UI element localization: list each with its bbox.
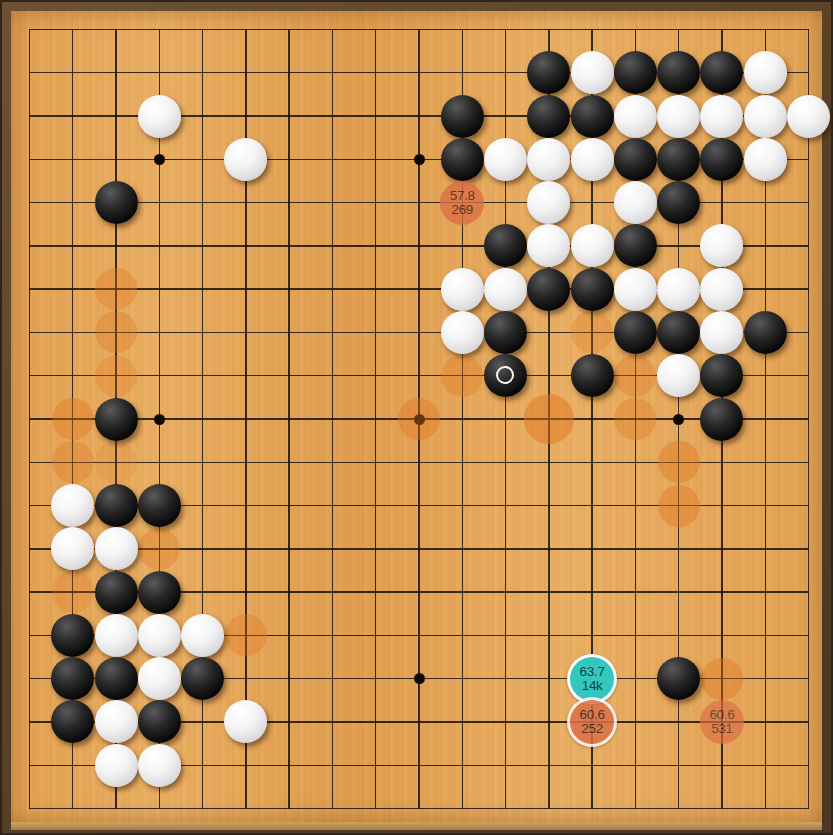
stone-white-Q13 bbox=[657, 268, 700, 311]
grid-line bbox=[808, 29, 809, 809]
stone-white-T17 bbox=[787, 95, 830, 138]
stone-white-C2 bbox=[95, 744, 138, 787]
stone-black-Q12 bbox=[657, 311, 700, 354]
move-hint-F5[interactable] bbox=[225, 614, 267, 656]
stone-black-Q16 bbox=[657, 138, 700, 181]
stone-white-M16 bbox=[484, 138, 527, 181]
stone-white-M13 bbox=[484, 268, 527, 311]
stone-black-O11 bbox=[571, 354, 614, 397]
stone-white-O14 bbox=[571, 224, 614, 267]
move-hint-B6[interactable] bbox=[52, 571, 94, 613]
move-hint-K10[interactable] bbox=[398, 398, 440, 440]
stone-white-D4 bbox=[138, 657, 181, 700]
stone-white-F16 bbox=[224, 138, 267, 181]
star-point bbox=[673, 414, 684, 425]
move-hint-P10[interactable] bbox=[614, 398, 656, 440]
stone-white-R17 bbox=[700, 95, 743, 138]
winrate-label: 60.6 bbox=[709, 708, 734, 722]
stone-white-S18 bbox=[744, 51, 787, 94]
stone-white-L13 bbox=[441, 268, 484, 311]
stone-black-B3 bbox=[51, 700, 94, 743]
stone-white-D5 bbox=[138, 614, 181, 657]
move-hint-C12[interactable] bbox=[95, 311, 137, 353]
stone-white-R12 bbox=[700, 311, 743, 354]
stone-white-O18 bbox=[571, 51, 614, 94]
stone-white-L12 bbox=[441, 311, 484, 354]
stone-black-N18 bbox=[527, 51, 570, 94]
go-board: 57.826963.714k60.625260.6531 bbox=[0, 0, 833, 835]
stone-black-L17 bbox=[441, 95, 484, 138]
stone-black-B4 bbox=[51, 657, 94, 700]
candidate-move-L15[interactable]: 57.8269 bbox=[440, 181, 484, 225]
stone-white-D17 bbox=[138, 95, 181, 138]
stone-black-R18 bbox=[700, 51, 743, 94]
stone-black-O17 bbox=[571, 95, 614, 138]
stone-black-Q15 bbox=[657, 181, 700, 224]
visits-label: 531 bbox=[711, 722, 733, 736]
stone-black-E4 bbox=[181, 657, 224, 700]
stone-black-M14 bbox=[484, 224, 527, 267]
stone-white-Q11 bbox=[657, 354, 700, 397]
stone-white-P13 bbox=[614, 268, 657, 311]
stone-white-B7 bbox=[51, 527, 94, 570]
winrate-label: 57.8 bbox=[450, 189, 475, 203]
stone-black-M12 bbox=[484, 311, 527, 354]
board-layer: 57.826963.714k60.625260.6531 bbox=[0, 0, 833, 835]
stone-white-P15 bbox=[614, 181, 657, 224]
stone-black-C6 bbox=[95, 571, 138, 614]
move-hint-B9[interactable] bbox=[52, 441, 94, 483]
stone-black-D3 bbox=[138, 700, 181, 743]
stone-black-R16 bbox=[700, 138, 743, 181]
candidate-move-O3[interactable]: 60.6252 bbox=[567, 697, 617, 747]
move-hint-P11[interactable] bbox=[614, 355, 656, 397]
stone-white-E5 bbox=[181, 614, 224, 657]
move-hint-O12[interactable] bbox=[571, 311, 613, 353]
winrate-label: 63.7 bbox=[580, 665, 605, 679]
visits-label: 269 bbox=[451, 203, 473, 217]
stone-black-P14 bbox=[614, 224, 657, 267]
stone-black-C15 bbox=[95, 181, 138, 224]
stone-white-P17 bbox=[614, 95, 657, 138]
move-hint-B10[interactable] bbox=[52, 398, 94, 440]
move-hint-N10[interactable] bbox=[524, 394, 574, 444]
stone-black-Q4 bbox=[657, 657, 700, 700]
move-hint-D7[interactable] bbox=[138, 528, 180, 570]
grid-line bbox=[29, 808, 809, 809]
stone-black-N13 bbox=[527, 268, 570, 311]
stone-black-Q18 bbox=[657, 51, 700, 94]
stone-black-R10 bbox=[700, 398, 743, 441]
stone-black-P18 bbox=[614, 51, 657, 94]
stone-black-D6 bbox=[138, 571, 181, 614]
stone-white-B8 bbox=[51, 484, 94, 527]
move-hint-C13[interactable] bbox=[95, 268, 137, 310]
stone-white-C3 bbox=[95, 700, 138, 743]
stone-black-B5 bbox=[51, 614, 94, 657]
move-hint-L11[interactable] bbox=[441, 355, 483, 397]
winrate-label: 60.6 bbox=[580, 708, 605, 722]
stone-white-R13 bbox=[700, 268, 743, 311]
star-point bbox=[154, 414, 165, 425]
visits-label: 14k bbox=[582, 679, 603, 693]
stone-black-S12 bbox=[744, 311, 787, 354]
move-hint-C11[interactable] bbox=[95, 355, 137, 397]
stone-white-S17 bbox=[744, 95, 787, 138]
stone-black-N17 bbox=[527, 95, 570, 138]
move-hint-Q9[interactable] bbox=[658, 441, 700, 483]
stone-white-D2 bbox=[138, 744, 181, 787]
move-hint-Q8[interactable] bbox=[658, 485, 700, 527]
stone-black-C4 bbox=[95, 657, 138, 700]
stone-white-R14 bbox=[700, 224, 743, 267]
stone-black-P16 bbox=[614, 138, 657, 181]
star-point bbox=[414, 154, 425, 165]
star-point bbox=[414, 673, 425, 684]
stone-white-O16 bbox=[571, 138, 614, 181]
stone-black-C8 bbox=[95, 484, 138, 527]
stone-black-R11 bbox=[700, 354, 743, 397]
stone-black-O13 bbox=[571, 268, 614, 311]
move-hint-C9[interactable] bbox=[95, 441, 137, 483]
stone-white-S16 bbox=[744, 138, 787, 181]
stone-white-F3 bbox=[224, 700, 267, 743]
stone-white-N15 bbox=[527, 181, 570, 224]
stone-white-N14 bbox=[527, 224, 570, 267]
stone-black-D8 bbox=[138, 484, 181, 527]
stone-white-C7 bbox=[95, 527, 138, 570]
move-hint-R4[interactable] bbox=[701, 658, 743, 700]
candidate-move-R3[interactable]: 60.6531 bbox=[700, 700, 744, 744]
star-point bbox=[154, 154, 165, 165]
stone-black-P12 bbox=[614, 311, 657, 354]
stone-black-C10 bbox=[95, 398, 138, 441]
visits-label: 252 bbox=[581, 722, 603, 736]
stone-white-C5 bbox=[95, 614, 138, 657]
stone-white-Q17 bbox=[657, 95, 700, 138]
stone-black-L16 bbox=[441, 138, 484, 181]
last-move-marker bbox=[496, 366, 514, 384]
stone-white-N16 bbox=[527, 138, 570, 181]
